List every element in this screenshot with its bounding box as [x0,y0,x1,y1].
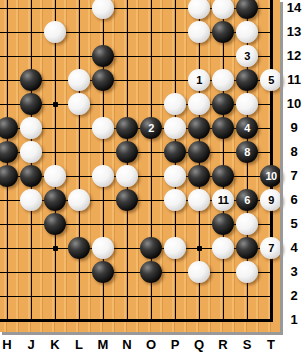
stone-black-N9 [116,117,138,139]
stone-white-S12: 3 [236,45,258,67]
move-number-11: 11 [218,195,229,206]
col-label-Q: Q [187,337,211,352]
col-label-S: S [235,337,259,352]
stone-black-S8: 8 [236,141,258,163]
row-label-1: 1 [281,312,307,328]
row-label-9: 9 [281,120,307,136]
stone-black-H9 [0,117,18,139]
row-label-8: 8 [281,144,307,160]
stone-black-R7 [212,165,234,187]
stone-black-J11 [20,69,42,91]
stone-black-K5 [44,213,66,235]
row-label-14: 14 [281,0,307,16]
stone-white-T4: 7 [260,237,282,259]
stone-white-L6 [68,189,90,211]
stone-white-L10 [68,93,90,115]
stone-white-R11 [212,69,234,91]
stone-white-J8 [20,141,42,163]
grid-line-h-3 [0,272,273,273]
stone-white-M14 [92,0,114,19]
stone-black-N6 [116,189,138,211]
star-point-K10 [53,102,58,107]
stone-white-T11: 5 [260,69,282,91]
row-label-5: 5 [281,216,307,232]
move-number-5: 5 [268,75,274,86]
row-label-7: 7 [281,168,307,184]
row-label-2: 2 [281,288,307,304]
stone-white-R6: 11 [212,189,234,211]
col-label-M: M [91,337,115,352]
row-label-13: 13 [281,24,307,40]
stone-white-N7 [116,165,138,187]
col-label-N: N [115,337,139,352]
stone-white-P7 [164,165,186,187]
move-number-4: 4 [244,123,250,134]
stone-black-P8 [164,141,186,163]
grid-line-v-T [270,0,273,322]
stone-black-R10 [212,93,234,115]
stone-white-S5 [236,213,258,235]
move-number-10: 10 [265,171,276,182]
star-point-K4 [53,246,58,251]
col-label-L: L [67,337,91,352]
stone-white-J9 [20,117,42,139]
stone-white-M7 [92,165,114,187]
move-number-2: 2 [148,123,154,134]
stone-black-S6: 6 [236,189,258,211]
stone-black-R5 [212,213,234,235]
stone-black-H7 [0,165,18,187]
stone-black-O3 [140,261,162,283]
stone-white-P4 [164,237,186,259]
stone-white-S10 [236,93,258,115]
stone-black-H8 [0,141,18,163]
col-label-H: H [0,337,19,352]
stone-black-Q7 [188,165,210,187]
col-label-R: R [211,337,235,352]
grid-line-h-12 [0,56,273,57]
stone-black-K6 [44,189,66,211]
stone-white-Q10 [188,93,210,115]
col-label-T: T [259,337,283,352]
stone-white-Q11: 1 [188,69,210,91]
stone-black-L4 [68,237,90,259]
col-label-P: P [163,337,187,352]
col-label-K: K [43,337,67,352]
grid-line-v-K [55,0,56,322]
stone-black-Q8 [188,141,210,163]
col-label-J: J [19,337,43,352]
stone-black-Q9 [188,117,210,139]
stone-black-S14 [236,0,258,19]
stone-white-P6 [164,189,186,211]
stone-white-T6: 9 [260,189,282,211]
grid-line-h-1 [0,319,273,322]
stone-black-R13 [212,21,234,43]
stone-black-S4 [236,237,258,259]
row-label-11: 11 [281,72,307,88]
stone-white-R14 [212,0,234,19]
stone-white-Q6 [188,189,210,211]
grid-line-v-R [223,0,224,322]
move-number-3: 3 [244,51,250,62]
stone-white-S13 [236,21,258,43]
stone-white-K7 [44,165,66,187]
move-number-7: 7 [268,243,274,254]
stone-white-M9 [92,117,114,139]
stone-black-O4 [140,237,162,259]
stone-black-S11 [236,69,258,91]
grid-line-h-2 [0,296,273,297]
row-label-12: 12 [281,48,307,64]
stone-white-Q14 [188,0,210,19]
go-board[interactable]: 2481063151197 [0,0,280,332]
move-number-8: 8 [244,147,250,158]
grid-line-v-L [79,0,80,322]
col-label-O: O [139,337,163,352]
stone-black-R9 [212,117,234,139]
go-board-diagram: 2481063151197 HJKLMNOPQRST14131211109876… [0,0,308,356]
stone-black-T7: 10 [260,165,282,187]
stone-black-J7 [20,165,42,187]
row-label-4: 4 [281,240,307,256]
stone-black-O9: 2 [140,117,162,139]
star-point-Q4 [197,246,202,251]
row-label-6: 6 [281,192,307,208]
stone-black-S9: 4 [236,117,258,139]
stone-black-J10 [20,93,42,115]
stone-white-Q13 [188,21,210,43]
stone-white-P9 [164,117,186,139]
stone-white-K13 [44,21,66,43]
stone-white-S3 [236,261,258,283]
stone-white-Q3 [188,261,210,283]
move-number-1: 1 [196,75,202,86]
row-label-10: 10 [281,96,307,112]
stone-black-N8 [116,141,138,163]
stone-white-M4 [92,237,114,259]
stone-black-M3 [92,261,114,283]
row-label-3: 3 [281,264,307,280]
board-shadow-bottom [2,332,283,335]
stone-white-R4 [212,237,234,259]
stone-black-M11 [92,69,114,91]
move-number-9: 9 [268,195,274,206]
stone-white-L11 [68,69,90,91]
stone-black-M12 [92,45,114,67]
move-number-6: 6 [244,195,250,206]
stone-white-P10 [164,93,186,115]
stone-white-J6 [20,189,42,211]
